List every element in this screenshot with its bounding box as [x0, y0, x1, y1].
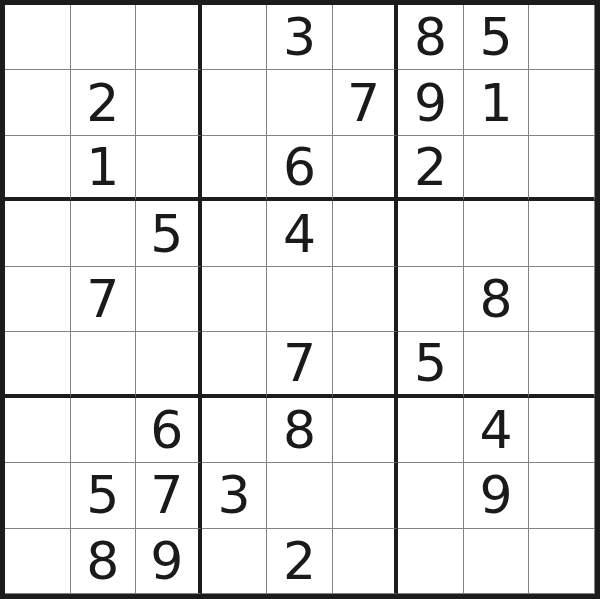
cell-r1c7[interactable]: 8 — [398, 5, 464, 70]
cell-r9c3[interactable]: 9 — [136, 529, 202, 594]
cell-r8c6[interactable] — [333, 463, 399, 528]
cell-r3c9[interactable] — [529, 136, 595, 201]
cell-r2c1[interactable] — [5, 70, 71, 135]
cell-r9c7[interactable] — [398, 529, 464, 594]
cell-r8c1[interactable] — [5, 463, 71, 528]
cell-r4c3[interactable]: 5 — [136, 201, 202, 266]
cell-r7c6[interactable] — [333, 398, 399, 463]
cell-r7c4[interactable] — [202, 398, 268, 463]
cell-r1c3[interactable] — [136, 5, 202, 70]
cell-r6c6[interactable] — [333, 332, 399, 397]
cell-r5c3[interactable] — [136, 267, 202, 332]
cell-r7c2[interactable] — [71, 398, 137, 463]
cell-r6c5[interactable]: 7 — [267, 332, 333, 397]
cell-r8c2[interactable]: 5 — [71, 463, 137, 528]
cell-r7c3[interactable]: 6 — [136, 398, 202, 463]
cell-r7c7[interactable] — [398, 398, 464, 463]
cell-r4c8[interactable] — [464, 201, 530, 266]
cell-r5c4[interactable] — [202, 267, 268, 332]
cell-r1c5[interactable]: 3 — [267, 5, 333, 70]
cell-r5c9[interactable] — [529, 267, 595, 332]
cell-r8c3[interactable]: 7 — [136, 463, 202, 528]
cell-r4c7[interactable] — [398, 201, 464, 266]
cell-r6c9[interactable] — [529, 332, 595, 397]
cell-r3c3[interactable] — [136, 136, 202, 201]
cell-r2c8[interactable]: 1 — [464, 70, 530, 135]
cell-r2c6[interactable]: 7 — [333, 70, 399, 135]
cell-r1c4[interactable] — [202, 5, 268, 70]
cell-r8c8[interactable]: 9 — [464, 463, 530, 528]
cell-r3c5[interactable]: 6 — [267, 136, 333, 201]
cell-r7c1[interactable] — [5, 398, 71, 463]
cell-r1c2[interactable] — [71, 5, 137, 70]
cell-r9c4[interactable] — [202, 529, 268, 594]
cell-r3c7[interactable]: 2 — [398, 136, 464, 201]
cell-r4c5[interactable]: 4 — [267, 201, 333, 266]
cell-r2c5[interactable] — [267, 70, 333, 135]
cell-r2c4[interactable] — [202, 70, 268, 135]
cell-r2c3[interactable] — [136, 70, 202, 135]
cell-r7c8[interactable]: 4 — [464, 398, 530, 463]
cell-r2c9[interactable] — [529, 70, 595, 135]
cell-r8c9[interactable] — [529, 463, 595, 528]
cell-r7c5[interactable]: 8 — [267, 398, 333, 463]
cell-r5c5[interactable] — [267, 267, 333, 332]
cell-r4c1[interactable] — [5, 201, 71, 266]
cell-r1c6[interactable] — [333, 5, 399, 70]
cell-r4c6[interactable] — [333, 201, 399, 266]
cell-r5c6[interactable] — [333, 267, 399, 332]
cell-r6c7[interactable]: 5 — [398, 332, 464, 397]
cell-r9c1[interactable] — [5, 529, 71, 594]
cell-r6c4[interactable] — [202, 332, 268, 397]
cell-r5c8[interactable]: 8 — [464, 267, 530, 332]
cell-r4c4[interactable] — [202, 201, 268, 266]
cell-r9c9[interactable] — [529, 529, 595, 594]
cell-r7c9[interactable] — [529, 398, 595, 463]
cell-r5c1[interactable] — [5, 267, 71, 332]
cell-r2c7[interactable]: 9 — [398, 70, 464, 135]
cell-r1c9[interactable] — [529, 5, 595, 70]
sudoku-board: 38527911625478756845739892 — [0, 0, 600, 599]
cell-r4c9[interactable] — [529, 201, 595, 266]
cell-r8c5[interactable] — [267, 463, 333, 528]
cell-r9c2[interactable]: 8 — [71, 529, 137, 594]
cell-r6c3[interactable] — [136, 332, 202, 397]
cell-r8c7[interactable] — [398, 463, 464, 528]
cell-r3c8[interactable] — [464, 136, 530, 201]
cell-r2c2[interactable]: 2 — [71, 70, 137, 135]
cell-r9c5[interactable]: 2 — [267, 529, 333, 594]
cell-r5c7[interactable] — [398, 267, 464, 332]
cell-r9c8[interactable] — [464, 529, 530, 594]
cell-r6c2[interactable] — [71, 332, 137, 397]
cell-r3c1[interactable] — [5, 136, 71, 201]
cell-r1c1[interactable] — [5, 5, 71, 70]
cell-r4c2[interactable] — [71, 201, 137, 266]
cell-r9c6[interactable] — [333, 529, 399, 594]
cell-r3c4[interactable] — [202, 136, 268, 201]
cell-r8c4[interactable]: 3 — [202, 463, 268, 528]
cell-r6c1[interactable] — [5, 332, 71, 397]
cell-r6c8[interactable] — [464, 332, 530, 397]
cell-r5c2[interactable]: 7 — [71, 267, 137, 332]
cell-r1c8[interactable]: 5 — [464, 5, 530, 70]
cell-r3c6[interactable] — [333, 136, 399, 201]
cell-r3c2[interactable]: 1 — [71, 136, 137, 201]
